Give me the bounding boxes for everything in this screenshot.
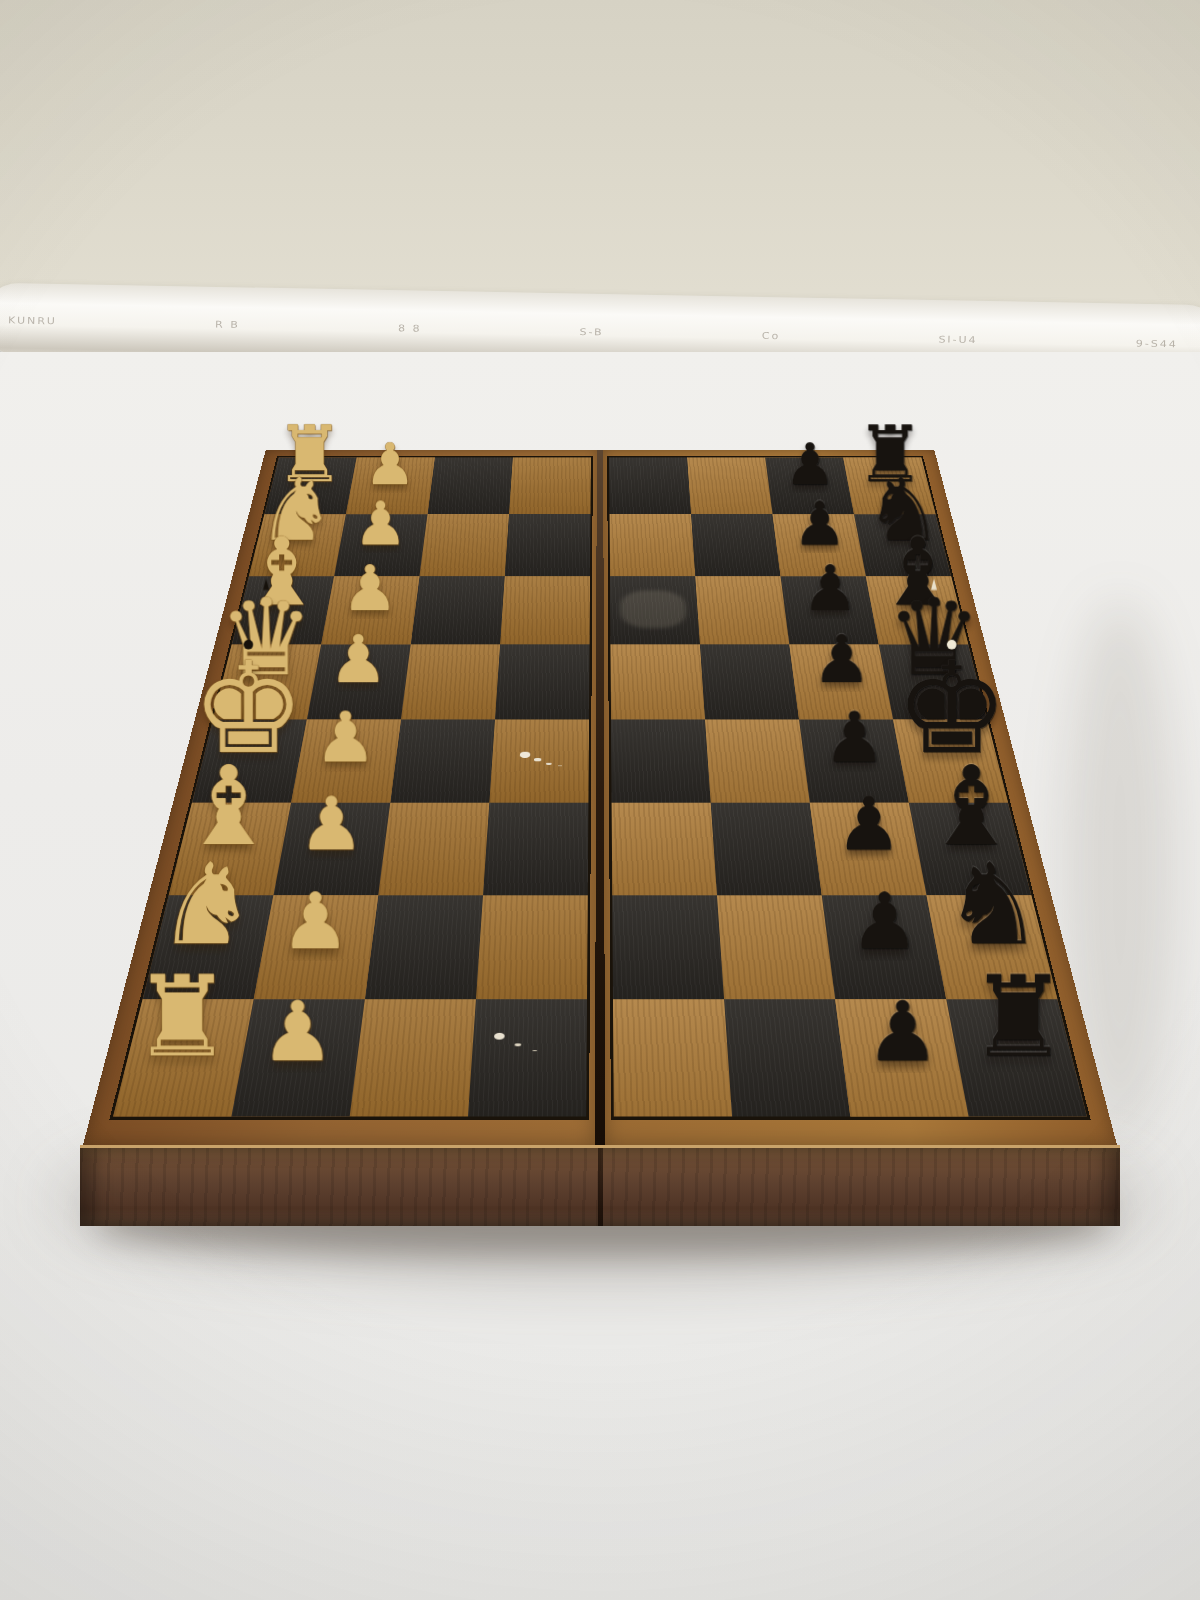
square-h2: ♟ (231, 999, 364, 1116)
piece-white-pawn-a2: ♟ (364, 436, 416, 493)
wear-mark-e4 (519, 752, 530, 758)
square-h6 (724, 999, 850, 1116)
piece-black-pawn-h7: ♟ (865, 990, 939, 1073)
piece-black-pawn-g7: ♟ (850, 882, 920, 960)
square-e3 (390, 719, 495, 802)
square-a5 (609, 457, 691, 514)
piece-white-pawn-b2: ♟ (354, 493, 408, 553)
pipe-marking: 9-S44 (1136, 338, 1178, 350)
piece-white-pawn-c2: ♟ (342, 556, 398, 619)
square-c6 (695, 576, 789, 644)
pipe-marking: KUNRU (8, 314, 57, 326)
square-g4 (476, 895, 588, 999)
square-d6 (700, 644, 799, 719)
square-h5 (613, 999, 732, 1116)
board-halves: ♜♟♞♟♝♟♛♟♚♟♝♟♞♟♜♟ ♟♜♟♞♟♝♟♛♟♚♟♝♟♞♟♜ (83, 450, 1117, 1145)
piece-white-knight-g1: ♞ (156, 848, 257, 960)
square-g3 (365, 895, 483, 999)
board-left-grid: ♜♟♞♟♝♟♛♟♚♟♝♟♞♟♜♟ (109, 456, 592, 1120)
square-h4 (468, 999, 587, 1116)
piece-black-pawn-c7: ♟ (802, 556, 858, 619)
square-b6 (691, 514, 781, 576)
square-f3 (378, 803, 489, 896)
board-left-half: ♜♟♞♟♝♟♛♟♚♟♝♟♞♟♜♟ (83, 450, 597, 1145)
square-e5 (611, 719, 711, 802)
square-d5 (610, 644, 705, 719)
square-d4 (495, 644, 590, 719)
square-c5 (610, 576, 700, 644)
piece-white-rook-h1: ♜ (132, 961, 232, 1073)
square-g5 (612, 895, 724, 999)
piece-black-pawn-e7: ♟ (823, 702, 885, 772)
piece-white-pawn-d2: ♟ (329, 625, 388, 691)
square-h3 (350, 999, 476, 1116)
piece-black-pawn-a7: ♟ (784, 436, 836, 493)
square-c4 (500, 576, 590, 644)
chess-scene: ♜♟♞♟♝♟♛♟♚♟♝♟♞♟♜♟ ♟♜♟♞♟♝♟♛♟♚♟♝♟♞♟♜ (83, 141, 1117, 1145)
chess-board: ♜♟♞♟♝♟♛♟♚♟♝♟♞♟♜♟ ♟♜♟♞♟♝♟♛♟♚♟♝♟♞♟♜ (83, 450, 1117, 1145)
square-f6 (711, 803, 822, 896)
square-b5 (610, 514, 696, 576)
square-h1: ♜ (113, 999, 254, 1116)
piece-black-pawn-f7: ♟ (836, 787, 902, 861)
piece-white-pawn-f2: ♟ (298, 787, 364, 861)
wear-mark-c5 (620, 591, 687, 628)
piece-black-knight-g8: ♞ (943, 848, 1044, 960)
piece-white-pawn-e2: ♟ (314, 702, 376, 772)
square-b3 (419, 514, 509, 576)
board-box-front-edge (80, 1145, 1120, 1226)
board-right-grid: ♟♜♟♞♟♝♟♛♟♚♟♝♟♞♟♜ (607, 456, 1090, 1120)
wear-mark-h4 (494, 1033, 505, 1040)
square-e4 (489, 719, 589, 802)
board-right-half: ♟♜♟♞♟♝♟♛♟♚♟♝♟♞♟♜ (603, 450, 1117, 1145)
square-d3 (401, 644, 500, 719)
piece-white-pawn-h2: ♟ (260, 990, 334, 1073)
piece-white-pawn-g2: ♟ (281, 882, 351, 960)
piece-black-pawn-d7: ♟ (812, 625, 871, 691)
square-a3 (427, 457, 512, 514)
piece-black-rook-h8: ♜ (968, 961, 1068, 1073)
square-f5 (612, 803, 717, 896)
square-f4 (483, 803, 588, 896)
square-a6 (687, 457, 772, 514)
square-g6 (717, 895, 835, 999)
square-h8: ♜ (946, 999, 1087, 1116)
square-e6 (705, 719, 810, 802)
square-a4 (509, 457, 591, 514)
square-b4 (505, 514, 591, 576)
piece-black-pawn-b7: ♟ (793, 493, 847, 553)
square-h7: ♟ (835, 999, 968, 1116)
square-c3 (411, 576, 505, 644)
